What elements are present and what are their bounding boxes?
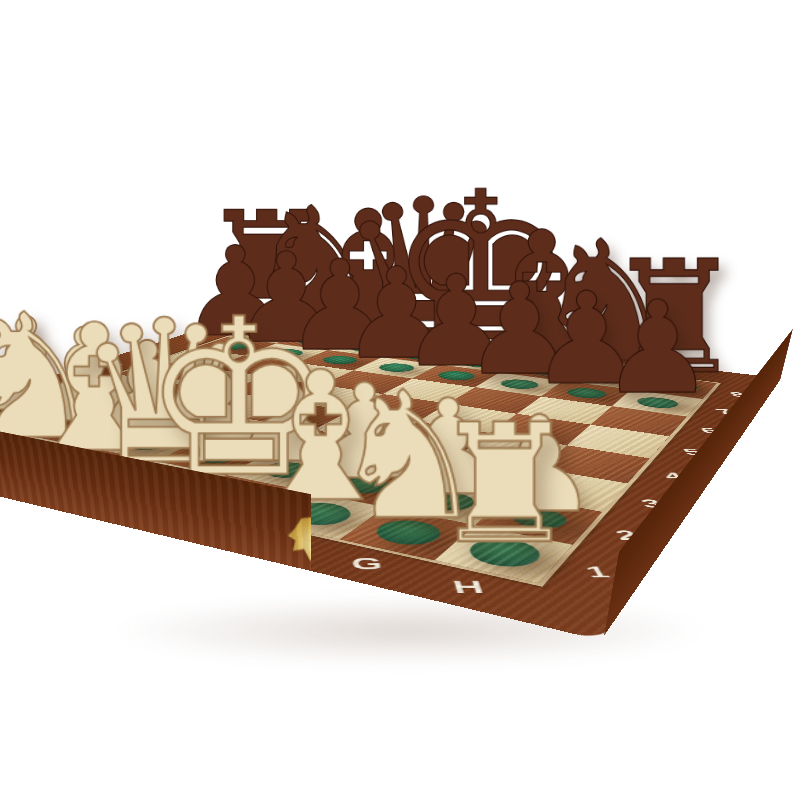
piece-glyph: ♟: [600, 285, 714, 412]
chess-set-photo: ♜♞♝♛♚♝♞♜♟♟♟♟♟♟♟♟♟♟♟♟♟♟♟♟♜♞♝♛♚♝♞♜ AABBCCD…: [0, 0, 800, 800]
square-h7[interactable]: ♟: [612, 390, 703, 417]
chessboard-frame: ♜♞♝♛♚♝♞♜♟♟♟♟♟♟♟♟♟♟♟♟♟♟♟♟♜♞♝♛♚♝♞♜ AABBCCD…: [0, 315, 781, 640]
scene: ♜♞♝♛♚♝♞♜♟♟♟♟♟♟♟♟♟♟♟♟♟♟♟♟♜♞♝♛♚♝♞♜ AABBCCD…: [0, 0, 800, 800]
brass-clasp-icon: [288, 510, 352, 573]
